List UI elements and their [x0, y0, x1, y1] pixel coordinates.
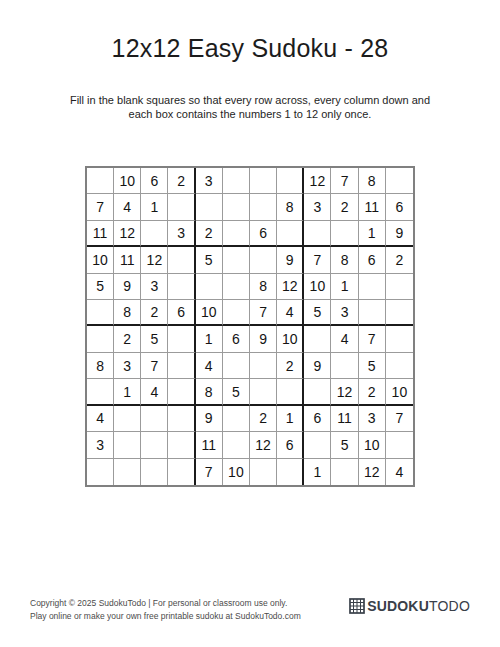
- cell-r10c9: 6: [304, 406, 331, 432]
- sudoku-grid-icon: [349, 598, 365, 614]
- cell-r12c5: 7: [196, 459, 223, 485]
- cell-r3c11: 1: [359, 221, 386, 247]
- sudoku-grid: 1062312787418321161112326191011125978625…: [85, 166, 415, 487]
- cell-r4c5: 5: [196, 247, 223, 273]
- cell-r12c6: 10: [223, 459, 250, 485]
- cell-r2c2: 4: [114, 194, 141, 220]
- cell-r11c11: 10: [359, 432, 386, 458]
- cell-r2c1: 7: [87, 194, 114, 220]
- cell-r10c5: 9: [196, 406, 223, 432]
- cell-r6c11: [359, 300, 386, 326]
- cell-r1c9: 12: [304, 168, 331, 194]
- cell-r2c10: 2: [331, 194, 358, 220]
- cell-r1c5: 3: [196, 168, 223, 194]
- cell-r7c9: [304, 326, 331, 352]
- cell-r3c1: 11: [87, 221, 114, 247]
- cell-r4c9: 7: [304, 247, 331, 273]
- cell-r4c11: 6: [359, 247, 386, 273]
- cell-r4c12: 2: [386, 247, 413, 273]
- cell-r10c4: [168, 406, 195, 432]
- cell-r3c3: [141, 221, 168, 247]
- cell-r8c10: [331, 353, 358, 379]
- cell-r3c12: 9: [386, 221, 413, 247]
- instructions-line-1: Fill in the blank squares so that every …: [70, 94, 430, 106]
- cell-r9c3: 4: [141, 379, 168, 405]
- cell-r10c10: 11: [331, 406, 358, 432]
- cell-r1c10: 7: [331, 168, 358, 194]
- cell-r9c7: [250, 379, 277, 405]
- cell-r12c3: [141, 459, 168, 485]
- sudokutodo-logo: SUDOKUTODO: [349, 598, 470, 614]
- cell-r11c7: 12: [250, 432, 277, 458]
- cell-r5c5: [196, 274, 223, 300]
- cell-r5c7: 8: [250, 274, 277, 300]
- cell-r3c5: 2: [196, 221, 223, 247]
- cell-r5c12: [386, 274, 413, 300]
- cell-r7c11: 7: [359, 326, 386, 352]
- cell-r1c7: [250, 168, 277, 194]
- cell-r6c6: [223, 300, 250, 326]
- cell-r10c8: 1: [277, 406, 304, 432]
- cell-r10c7: 2: [250, 406, 277, 432]
- cell-r6c2: 8: [114, 300, 141, 326]
- cell-r4c2: 11: [114, 247, 141, 273]
- cell-r2c8: 8: [277, 194, 304, 220]
- cell-r11c10: 5: [331, 432, 358, 458]
- cell-r7c2: 2: [114, 326, 141, 352]
- footer-line-1: Copyright © 2025 SudokuTodo | For person…: [30, 598, 287, 608]
- cell-r1c11: 8: [359, 168, 386, 194]
- cell-r4c10: 8: [331, 247, 358, 273]
- instructions: Fill in the blank squares so that every …: [0, 93, 500, 121]
- cell-r1c12: [386, 168, 413, 194]
- cell-r5c9: 10: [304, 274, 331, 300]
- cell-r12c4: [168, 459, 195, 485]
- cell-r6c10: 3: [331, 300, 358, 326]
- cell-r6c9: 5: [304, 300, 331, 326]
- cell-r11c5: 11: [196, 432, 223, 458]
- cell-r12c12: 4: [386, 459, 413, 485]
- cell-r12c11: 12: [359, 459, 386, 485]
- cell-r9c12: 10: [386, 379, 413, 405]
- cell-r2c5: [196, 194, 223, 220]
- cell-r8c7: [250, 353, 277, 379]
- cell-r6c3: 2: [141, 300, 168, 326]
- cell-r3c6: [223, 221, 250, 247]
- cell-r9c8: [277, 379, 304, 405]
- cell-r12c9: 1: [304, 459, 331, 485]
- footer-copyright: Copyright © 2025 SudokuTodo | For person…: [30, 597, 301, 623]
- cell-r2c12: 6: [386, 194, 413, 220]
- cell-r7c10: 4: [331, 326, 358, 352]
- cell-r3c7: 6: [250, 221, 277, 247]
- cell-r12c2: [114, 459, 141, 485]
- cell-r9c5: 8: [196, 379, 223, 405]
- cell-r1c8: [277, 168, 304, 194]
- cell-r2c4: [168, 194, 195, 220]
- cell-r8c6: [223, 353, 250, 379]
- cell-r7c8: 10: [277, 326, 304, 352]
- instructions-line-2: each box contains the numbers 1 to 12 on…: [129, 108, 372, 120]
- cell-r5c6: [223, 274, 250, 300]
- cell-r3c2: 12: [114, 221, 141, 247]
- cell-r9c2: 1: [114, 379, 141, 405]
- cell-r3c4: 3: [168, 221, 195, 247]
- cell-r8c5: 4: [196, 353, 223, 379]
- cell-r3c9: [304, 221, 331, 247]
- logo-text: SUDOKUTODO: [367, 598, 470, 614]
- cell-r1c2: 10: [114, 168, 141, 194]
- cell-r8c1: 8: [87, 353, 114, 379]
- cell-r6c8: 4: [277, 300, 304, 326]
- cell-r1c3: 6: [141, 168, 168, 194]
- cell-r2c9: 3: [304, 194, 331, 220]
- cell-r5c8: 12: [277, 274, 304, 300]
- cell-r1c1: [87, 168, 114, 194]
- cell-r11c6: [223, 432, 250, 458]
- cell-r11c1: 3: [87, 432, 114, 458]
- cell-r1c4: 2: [168, 168, 195, 194]
- cell-r3c10: [331, 221, 358, 247]
- cell-r6c4: 6: [168, 300, 195, 326]
- cell-r11c12: [386, 432, 413, 458]
- cell-r11c2: [114, 432, 141, 458]
- cell-r6c5: 10: [196, 300, 223, 326]
- cell-r4c7: [250, 247, 277, 273]
- cell-r7c12: [386, 326, 413, 352]
- cell-r4c4: [168, 247, 195, 273]
- cell-r10c3: [141, 406, 168, 432]
- cell-r7c6: 6: [223, 326, 250, 352]
- cell-r2c11: 11: [359, 194, 386, 220]
- printable-sudoku-page: 12x12 Easy Sudoku - 28 Fill in the blank…: [0, 0, 500, 647]
- puzzle-title: 12x12 Easy Sudoku - 28: [0, 34, 500, 63]
- cell-r7c3: 5: [141, 326, 168, 352]
- cell-r5c2: 9: [114, 274, 141, 300]
- cell-r7c1: [87, 326, 114, 352]
- cell-r10c6: [223, 406, 250, 432]
- cell-r4c6: [223, 247, 250, 273]
- cell-r2c6: [223, 194, 250, 220]
- cell-r9c10: 12: [331, 379, 358, 405]
- cell-r8c11: 5: [359, 353, 386, 379]
- cell-r2c7: [250, 194, 277, 220]
- cell-r9c9: [304, 379, 331, 405]
- cell-r8c12: [386, 353, 413, 379]
- cell-r4c8: 9: [277, 247, 304, 273]
- logo-text-todo: TODO: [429, 598, 470, 614]
- cell-r10c11: 3: [359, 406, 386, 432]
- cell-r10c1: 4: [87, 406, 114, 432]
- cell-r11c3: [141, 432, 168, 458]
- cell-r7c7: 9: [250, 326, 277, 352]
- cell-r10c12: 7: [386, 406, 413, 432]
- logo-text-sudoku: SUDOKU: [367, 598, 429, 614]
- cell-r3c8: [277, 221, 304, 247]
- cell-r9c4: [168, 379, 195, 405]
- cell-r11c8: 6: [277, 432, 304, 458]
- cell-r5c4: [168, 274, 195, 300]
- cell-r12c7: [250, 459, 277, 485]
- cell-r6c12: [386, 300, 413, 326]
- cell-r11c9: [304, 432, 331, 458]
- cell-r12c1: [87, 459, 114, 485]
- cell-r9c6: 5: [223, 379, 250, 405]
- cell-r5c11: [359, 274, 386, 300]
- footer-line-2: Play online or make your own free printa…: [30, 611, 301, 621]
- cell-r8c4: [168, 353, 195, 379]
- cell-r4c3: 12: [141, 247, 168, 273]
- cell-r12c8: [277, 459, 304, 485]
- cell-r7c4: [168, 326, 195, 352]
- cell-r8c2: 3: [114, 353, 141, 379]
- cell-r9c1: [87, 379, 114, 405]
- cell-r8c3: 7: [141, 353, 168, 379]
- cell-r8c9: 9: [304, 353, 331, 379]
- cell-r10c2: [114, 406, 141, 432]
- cell-r5c1: 5: [87, 274, 114, 300]
- cell-r5c3: 3: [141, 274, 168, 300]
- cell-r11c4: [168, 432, 195, 458]
- cell-r7c5: 1: [196, 326, 223, 352]
- cell-r5c10: 1: [331, 274, 358, 300]
- cell-r2c3: 1: [141, 194, 168, 220]
- cell-r4c1: 10: [87, 247, 114, 273]
- cell-r1c6: [223, 168, 250, 194]
- cell-r9c11: 2: [359, 379, 386, 405]
- cell-r6c7: 7: [250, 300, 277, 326]
- cell-r8c8: 2: [277, 353, 304, 379]
- cell-r12c10: [331, 459, 358, 485]
- cell-r6c1: [87, 300, 114, 326]
